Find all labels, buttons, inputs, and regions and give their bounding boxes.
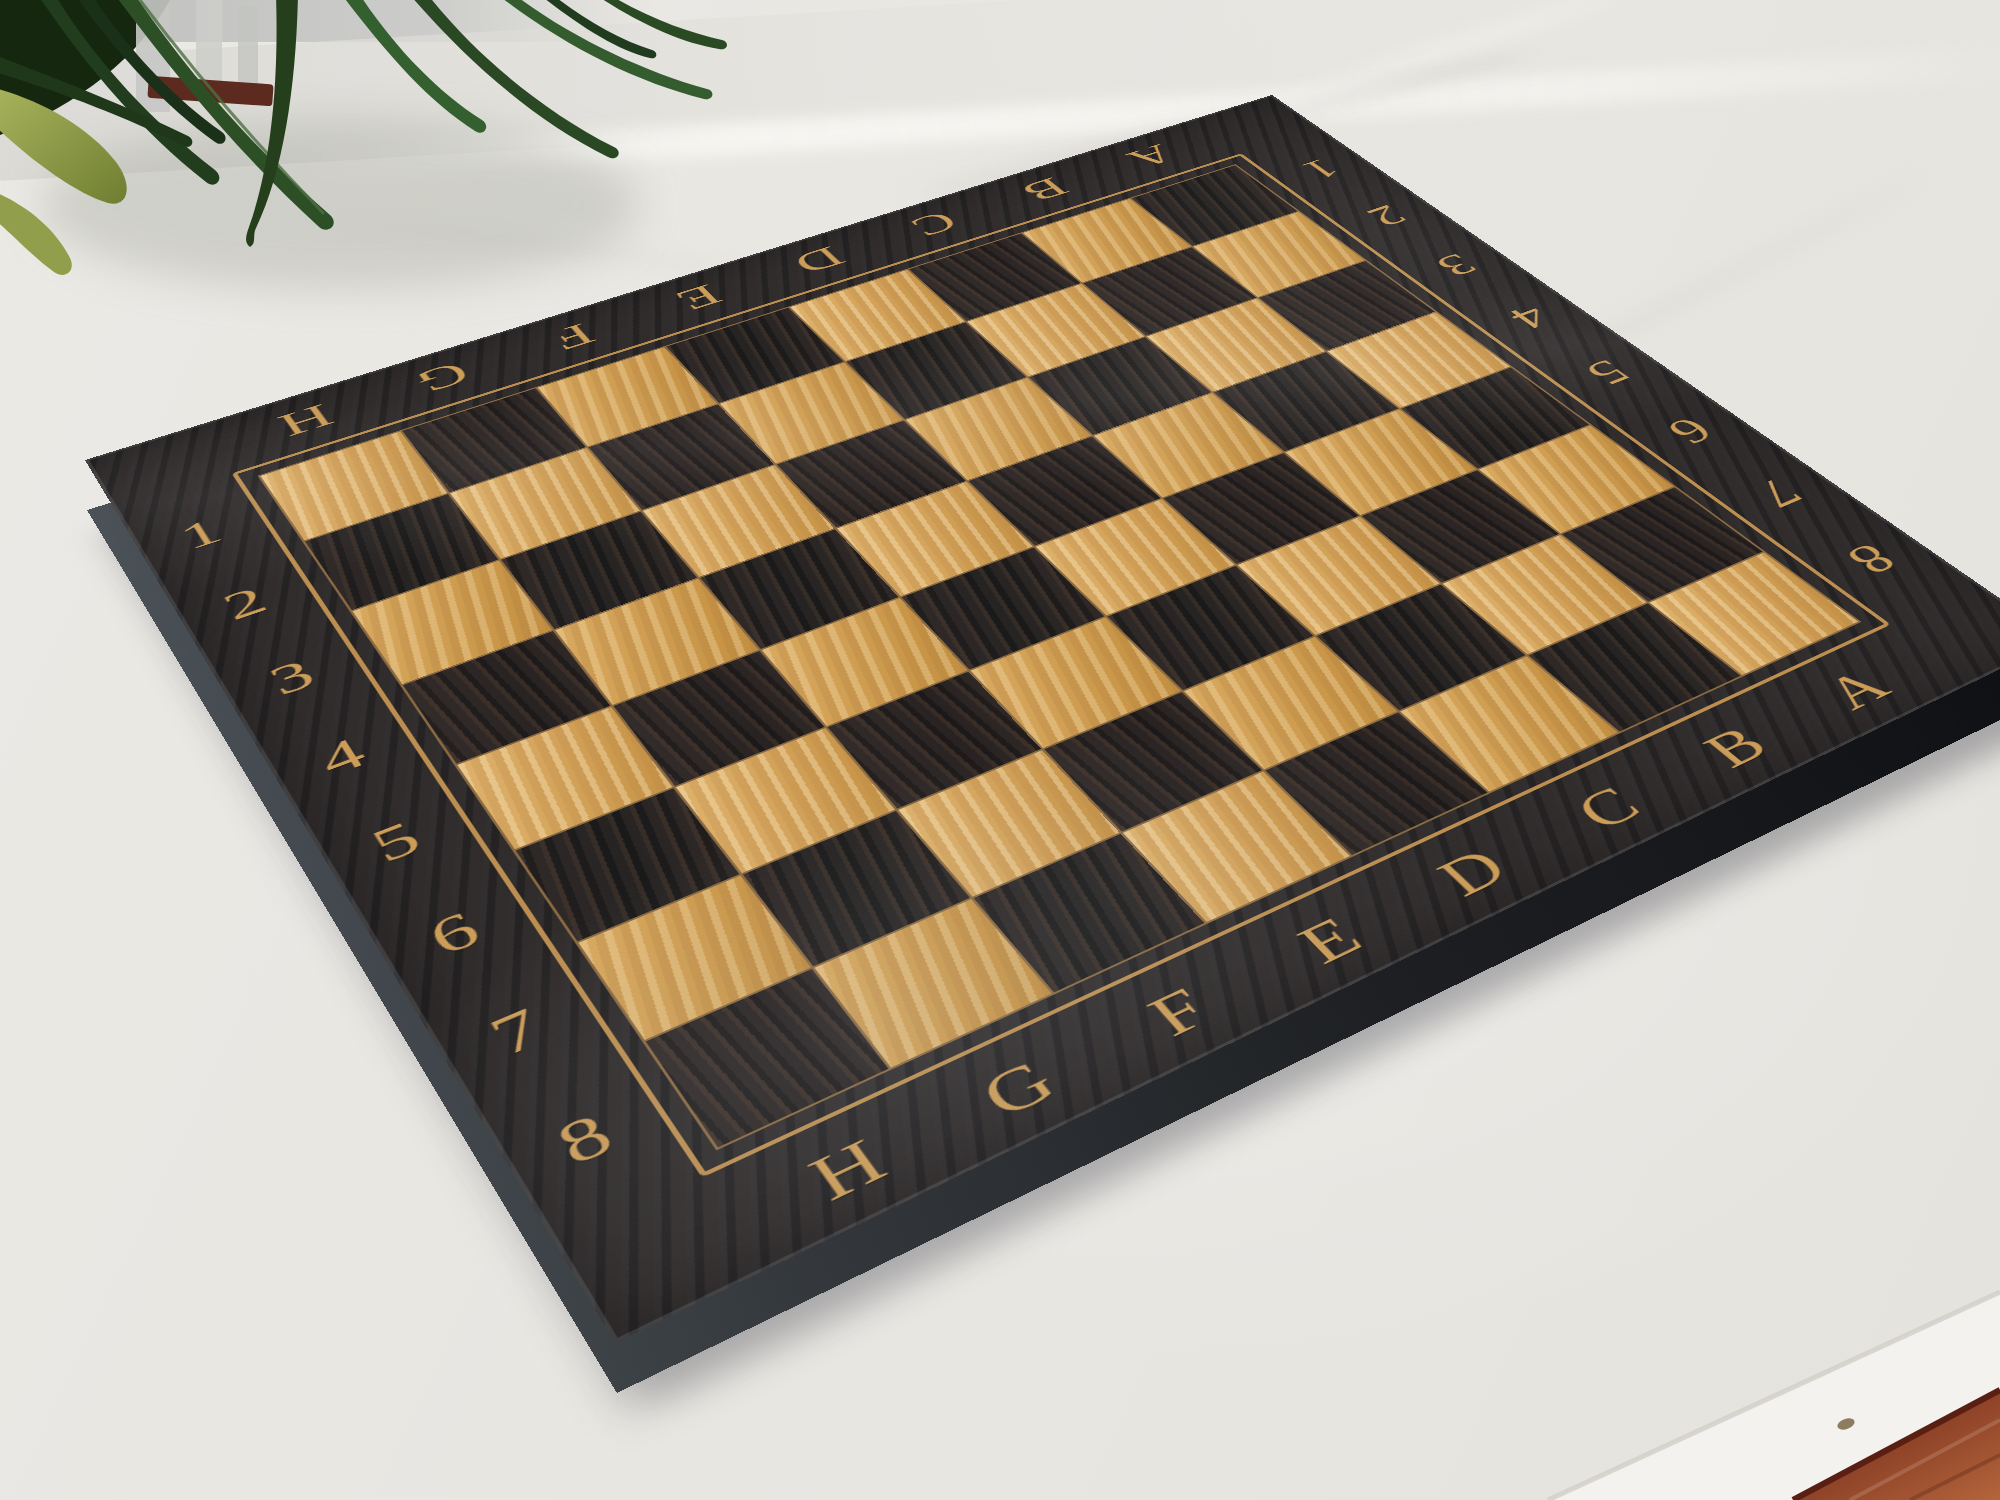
window-slat [238, 6, 258, 94]
plant-leaf-pale [0, 192, 72, 275]
scene: HGFEDCBA HGFEDCBA 12345678 12345678 [0, 0, 2000, 1500]
table-corner [1380, 1170, 2000, 1500]
plant-leaf [498, 0, 712, 99]
plant [0, 0, 760, 420]
plant-leaf [342, 0, 486, 133]
